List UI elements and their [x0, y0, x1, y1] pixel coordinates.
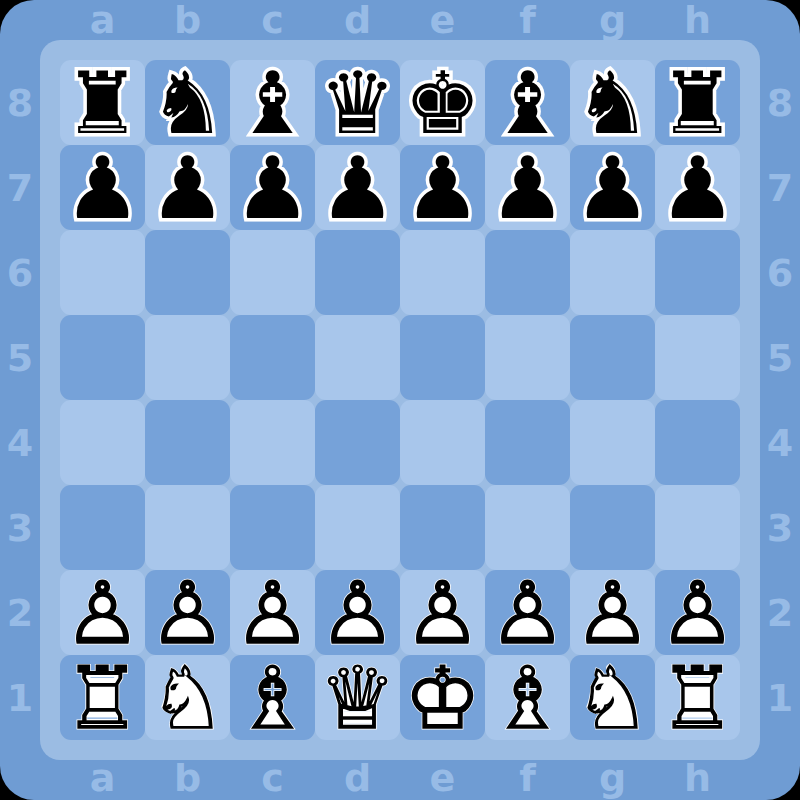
square-b7[interactable]: ♟♟: [145, 145, 230, 230]
square-c4[interactable]: [230, 400, 315, 485]
chess-board-window: abcdefgh abcdefgh 87654321 87654321 ♜♜♞♞…: [0, 0, 800, 800]
piece-black-pawn[interactable]: ♟♟: [60, 145, 145, 230]
square-a6[interactable]: [60, 230, 145, 315]
square-e8[interactable]: ♚♚: [400, 60, 485, 145]
rank-label-8: 8: [0, 60, 40, 145]
chess-board: ♜♜♞♞♝♝♛♛♚♚♝♝♞♞♜♜♟♟♟♟♟♟♟♟♟♟♟♟♟♟♟♟♟♙♟♙♟♙♟♙…: [60, 60, 740, 740]
square-a7[interactable]: ♟♟: [60, 145, 145, 230]
rank-label-6: 6: [760, 230, 800, 315]
square-e2[interactable]: ♟♙: [400, 570, 485, 655]
square-d7[interactable]: ♟♟: [315, 145, 400, 230]
file-label-c: c: [230, 0, 315, 40]
piece-glyph: ♝: [489, 61, 566, 146]
rank-label-7: 7: [0, 145, 40, 230]
square-f5[interactable]: [485, 315, 570, 400]
piece-black-pawn[interactable]: ♟♟: [315, 145, 400, 230]
piece-glyph: ♟: [149, 146, 226, 231]
piece-glyph: ♘: [149, 656, 226, 741]
square-e6[interactable]: [400, 230, 485, 315]
piece-white-pawn[interactable]: ♟♙: [60, 570, 145, 655]
piece-glyph: ♚: [404, 61, 481, 146]
square-e7[interactable]: ♟♟: [400, 145, 485, 230]
file-label-f: f: [485, 758, 570, 798]
piece-glyph: ♖: [64, 656, 141, 741]
piece-black-pawn[interactable]: ♟♟: [655, 145, 740, 230]
square-b6[interactable]: [145, 230, 230, 315]
piece-black-king[interactable]: ♚♚: [400, 60, 485, 145]
piece-glyph: ♙: [574, 571, 651, 656]
file-labels-bottom: abcdefgh: [60, 758, 740, 798]
square-h7[interactable]: ♟♟: [655, 145, 740, 230]
square-f2[interactable]: ♟♙: [485, 570, 570, 655]
piece-glyph: ♟: [574, 146, 651, 231]
piece-white-knight[interactable]: ♞♘: [570, 655, 655, 740]
square-b8[interactable]: ♞♞: [145, 60, 230, 145]
rank-label-3: 3: [760, 485, 800, 570]
piece-glyph: ♔: [404, 656, 481, 741]
square-f7[interactable]: ♟♟: [485, 145, 570, 230]
square-g8[interactable]: ♞♞: [570, 60, 655, 145]
piece-black-knight[interactable]: ♞♞: [570, 60, 655, 145]
piece-glyph: ♙: [489, 571, 566, 656]
piece-white-pawn[interactable]: ♟♙: [485, 570, 570, 655]
file-label-d: d: [315, 758, 400, 798]
rank-label-8: 8: [760, 60, 800, 145]
piece-white-pawn[interactable]: ♟♙: [655, 570, 740, 655]
file-label-b: b: [145, 0, 230, 40]
rank-label-3: 3: [0, 485, 40, 570]
file-label-b: b: [145, 758, 230, 798]
piece-glyph: ♝: [234, 61, 311, 146]
rank-label-2: 2: [0, 570, 40, 655]
piece-glyph: ♙: [404, 571, 481, 656]
file-label-g: g: [570, 0, 655, 40]
piece-black-bishop[interactable]: ♝♝: [485, 60, 570, 145]
square-d8[interactable]: ♛♛: [315, 60, 400, 145]
file-label-f: f: [485, 0, 570, 40]
square-f1[interactable]: ♝♗: [485, 655, 570, 740]
piece-glyph: ♙: [149, 571, 226, 656]
square-a2[interactable]: ♟♙: [60, 570, 145, 655]
square-c3[interactable]: [230, 485, 315, 570]
square-d2[interactable]: ♟♙: [315, 570, 400, 655]
piece-black-pawn[interactable]: ♟♟: [485, 145, 570, 230]
file-label-g: g: [570, 758, 655, 798]
file-label-h: h: [655, 758, 740, 798]
rank-label-4: 4: [760, 400, 800, 485]
square-a3[interactable]: [60, 485, 145, 570]
square-e4[interactable]: [400, 400, 485, 485]
rank-labels-right: 87654321: [760, 60, 800, 740]
square-c6[interactable]: [230, 230, 315, 315]
square-g2[interactable]: ♟♙: [570, 570, 655, 655]
piece-glyph: ♙: [659, 571, 736, 656]
square-h2[interactable]: ♟♙: [655, 570, 740, 655]
piece-glyph: ♟: [234, 146, 311, 231]
piece-black-bishop[interactable]: ♝♝: [230, 60, 315, 145]
piece-white-pawn[interactable]: ♟♙: [570, 570, 655, 655]
rank-label-5: 5: [0, 315, 40, 400]
piece-black-pawn[interactable]: ♟♟: [570, 145, 655, 230]
square-e5[interactable]: [400, 315, 485, 400]
piece-white-pawn[interactable]: ♟♙: [145, 570, 230, 655]
file-label-d: d: [315, 0, 400, 40]
square-h1[interactable]: ♜♖: [655, 655, 740, 740]
piece-glyph: ♙: [234, 571, 311, 656]
square-h5[interactable]: [655, 315, 740, 400]
piece-glyph: ♜: [64, 61, 141, 146]
piece-black-pawn[interactable]: ♟♟: [145, 145, 230, 230]
piece-white-bishop[interactable]: ♝♗: [230, 655, 315, 740]
piece-glyph: ♕: [319, 656, 396, 741]
square-b1[interactable]: ♞♘: [145, 655, 230, 740]
square-b5[interactable]: [145, 315, 230, 400]
square-e3[interactable]: [400, 485, 485, 570]
square-f3[interactable]: [485, 485, 570, 570]
file-label-e: e: [400, 758, 485, 798]
file-labels-top: abcdefgh: [60, 0, 740, 40]
square-f4[interactable]: [485, 400, 570, 485]
piece-white-pawn[interactable]: ♟♙: [230, 570, 315, 655]
piece-black-rook[interactable]: ♜♜: [655, 60, 740, 145]
square-a8[interactable]: ♜♜: [60, 60, 145, 145]
square-g1[interactable]: ♞♘: [570, 655, 655, 740]
square-h3[interactable]: [655, 485, 740, 570]
piece-black-knight[interactable]: ♞♞: [145, 60, 230, 145]
square-g3[interactable]: [570, 485, 655, 570]
square-a5[interactable]: [60, 315, 145, 400]
square-h6[interactable]: [655, 230, 740, 315]
square-g7[interactable]: ♟♟: [570, 145, 655, 230]
piece-glyph: ♟: [64, 146, 141, 231]
piece-glyph: ♗: [489, 656, 566, 741]
piece-white-rook[interactable]: ♜♖: [655, 655, 740, 740]
piece-glyph: ♖: [659, 656, 736, 741]
square-d4[interactable]: [315, 400, 400, 485]
piece-glyph: ♟: [404, 146, 481, 231]
square-d5[interactable]: [315, 315, 400, 400]
file-label-a: a: [60, 758, 145, 798]
piece-black-pawn[interactable]: ♟♟: [230, 145, 315, 230]
file-label-h: h: [655, 0, 740, 40]
square-d1[interactable]: ♛♕: [315, 655, 400, 740]
rank-label-6: 6: [0, 230, 40, 315]
square-c7[interactable]: ♟♟: [230, 145, 315, 230]
rank-label-7: 7: [760, 145, 800, 230]
rank-label-1: 1: [760, 655, 800, 740]
square-a4[interactable]: [60, 400, 145, 485]
piece-white-rook[interactable]: ♜♖: [60, 655, 145, 740]
square-d3[interactable]: [315, 485, 400, 570]
square-f8[interactable]: ♝♝: [485, 60, 570, 145]
square-c1[interactable]: ♝♗: [230, 655, 315, 740]
rank-label-1: 1: [0, 655, 40, 740]
piece-glyph: ♗: [234, 656, 311, 741]
square-g4[interactable]: [570, 400, 655, 485]
piece-white-pawn[interactable]: ♟♙: [400, 570, 485, 655]
square-g6[interactable]: [570, 230, 655, 315]
rank-label-2: 2: [760, 570, 800, 655]
square-g5[interactable]: [570, 315, 655, 400]
square-c5[interactable]: [230, 315, 315, 400]
piece-black-queen[interactable]: ♛♛: [315, 60, 400, 145]
piece-black-pawn[interactable]: ♟♟: [400, 145, 485, 230]
piece-white-king[interactable]: ♚♔: [400, 655, 485, 740]
rank-label-5: 5: [760, 315, 800, 400]
file-label-a: a: [60, 0, 145, 40]
piece-glyph: ♟: [659, 146, 736, 231]
square-d6[interactable]: [315, 230, 400, 315]
square-c8[interactable]: ♝♝: [230, 60, 315, 145]
piece-glyph: ♞: [149, 61, 226, 146]
square-a1[interactable]: ♜♖: [60, 655, 145, 740]
piece-white-knight[interactable]: ♞♘: [145, 655, 230, 740]
piece-glyph: ♜: [659, 61, 736, 146]
square-b4[interactable]: [145, 400, 230, 485]
square-h8[interactable]: ♜♜: [655, 60, 740, 145]
piece-white-queen[interactable]: ♛♕: [315, 655, 400, 740]
rank-label-4: 4: [0, 400, 40, 485]
piece-glyph: ♛: [319, 61, 396, 146]
piece-glyph: ♞: [574, 61, 651, 146]
file-label-c: c: [230, 758, 315, 798]
piece-glyph: ♟: [319, 146, 396, 231]
piece-glyph: ♘: [574, 656, 651, 741]
piece-white-pawn[interactable]: ♟♙: [315, 570, 400, 655]
piece-glyph: ♟: [489, 146, 566, 231]
square-e1[interactable]: ♚♔: [400, 655, 485, 740]
square-b2[interactable]: ♟♙: [145, 570, 230, 655]
piece-black-rook[interactable]: ♜♜: [60, 60, 145, 145]
square-h4[interactable]: [655, 400, 740, 485]
file-label-e: e: [400, 0, 485, 40]
piece-white-bishop[interactable]: ♝♗: [485, 655, 570, 740]
square-b3[interactable]: [145, 485, 230, 570]
piece-glyph: ♙: [64, 571, 141, 656]
piece-glyph: ♙: [319, 571, 396, 656]
square-f6[interactable]: [485, 230, 570, 315]
square-c2[interactable]: ♟♙: [230, 570, 315, 655]
rank-labels-left: 87654321: [0, 60, 40, 740]
